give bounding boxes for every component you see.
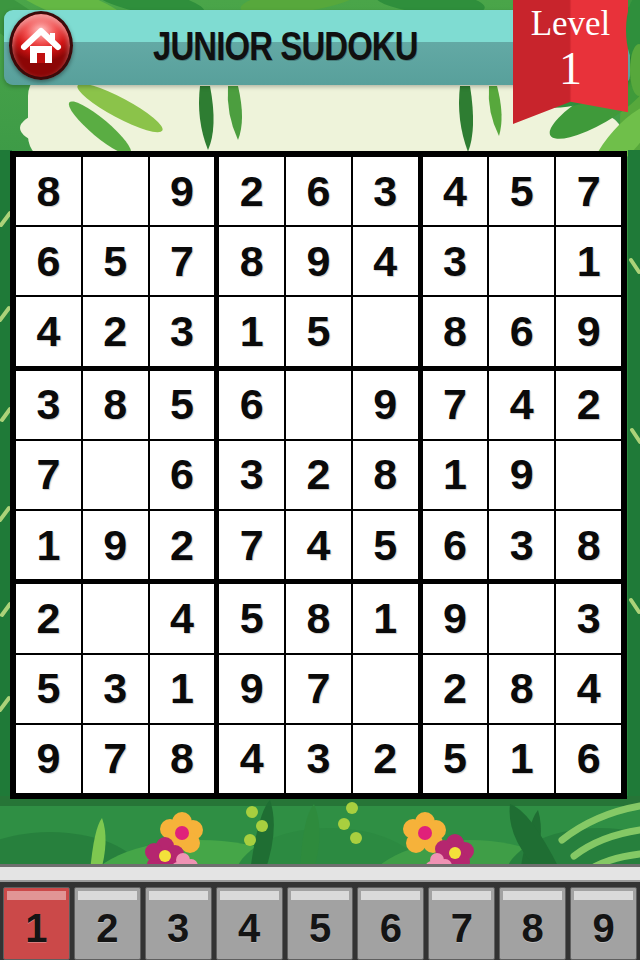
sudoku-cell-r1c7[interactable]: 4 (423, 157, 488, 225)
sudoku-cell-r9c4[interactable]: 4 (219, 725, 284, 793)
sudoku-cell-r8c6[interactable] (353, 655, 418, 723)
page-title: JUNIOR SUDOKU (70, 24, 500, 69)
sudoku-cell-r6c4[interactable]: 7 (219, 511, 284, 579)
sudoku-cell-r2c9[interactable]: 1 (556, 227, 621, 295)
sudoku-cell-r6c6[interactable]: 5 (353, 511, 418, 579)
numpad-button-9[interactable]: 9 (570, 887, 637, 960)
sudoku-cell-r5c1[interactable]: 7 (16, 441, 81, 509)
numpad-button-7[interactable]: 7 (428, 887, 495, 960)
sudoku-cell-r3c2[interactable]: 2 (83, 297, 148, 365)
sudoku-cell-r2c1[interactable]: 6 (16, 227, 81, 295)
sudoku-box: 45731869 (423, 157, 621, 366)
sudoku-box: 93284516 (423, 584, 621, 793)
sudoku-cell-r9c5[interactable]: 3 (286, 725, 351, 793)
sudoku-cell-r9c2[interactable]: 7 (83, 725, 148, 793)
corner-leaves (624, 0, 640, 100)
sudoku-cell-r2c8[interactable] (489, 227, 554, 295)
sudoku-cell-r1c2[interactable] (83, 157, 148, 225)
sudoku-cell-r7c6[interactable]: 1 (353, 584, 418, 652)
sudoku-cell-r8c8[interactable]: 8 (489, 655, 554, 723)
sudoku-cell-r8c7[interactable]: 2 (423, 655, 488, 723)
sudoku-cell-r2c4[interactable]: 8 (219, 227, 284, 295)
sudoku-cell-r9c1[interactable]: 9 (16, 725, 81, 793)
sudoku-cell-r6c3[interactable]: 2 (150, 511, 215, 579)
sudoku-cell-r4c4[interactable]: 6 (219, 371, 284, 439)
sudoku-cell-r4c1[interactable]: 3 (16, 371, 81, 439)
sudoku-cell-r4c6[interactable]: 9 (353, 371, 418, 439)
sudoku-cell-r3c9[interactable]: 9 (556, 297, 621, 365)
sudoku-cell-r9c3[interactable]: 8 (150, 725, 215, 793)
sudoku-cell-r7c7[interactable]: 9 (423, 584, 488, 652)
sudoku-cell-r8c3[interactable]: 1 (150, 655, 215, 723)
sudoku-cell-r5c5[interactable]: 2 (286, 441, 351, 509)
sudoku-cell-r7c4[interactable]: 5 (219, 584, 284, 652)
sudoku-cell-r9c8[interactable]: 1 (489, 725, 554, 793)
sudoku-cell-r5c6[interactable]: 8 (353, 441, 418, 509)
sudoku-cell-r6c1[interactable]: 1 (16, 511, 81, 579)
sudoku-cell-r3c4[interactable]: 1 (219, 297, 284, 365)
sudoku-cell-r4c8[interactable]: 4 (489, 371, 554, 439)
sudoku-cell-r2c6[interactable]: 4 (353, 227, 418, 295)
sudoku-cell-r2c3[interactable]: 7 (150, 227, 215, 295)
sudoku-cell-r7c9[interactable]: 3 (556, 584, 621, 652)
sudoku-cell-r7c3[interactable]: 4 (150, 584, 215, 652)
app-screen: JUNIOR SUDOKU Level 1 896574232638941545… (0, 0, 640, 960)
sudoku-cell-r2c7[interactable]: 3 (423, 227, 488, 295)
sudoku-cell-r1c3[interactable]: 9 (150, 157, 215, 225)
sudoku-cell-r4c3[interactable]: 5 (150, 371, 215, 439)
sudoku-box: 38576192 (16, 371, 214, 580)
sudoku-cell-r6c9[interactable]: 8 (556, 511, 621, 579)
sudoku-cell-r1c4[interactable]: 2 (219, 157, 284, 225)
sudoku-cell-r1c1[interactable]: 8 (16, 157, 81, 225)
sudoku-cell-r3c3[interactable]: 3 (150, 297, 215, 365)
sudoku-box: 26389415 (219, 157, 417, 366)
sudoku-cell-r6c8[interactable]: 3 (489, 511, 554, 579)
sudoku-cell-r3c7[interactable]: 8 (423, 297, 488, 365)
sudoku-cell-r5c8[interactable]: 9 (489, 441, 554, 509)
sudoku-cell-r3c1[interactable]: 4 (16, 297, 81, 365)
page-title-text: JUNIOR SUDOKU (153, 24, 418, 69)
sudoku-box: 24531978 (16, 584, 214, 793)
level-label: Level (531, 3, 611, 45)
sudoku-cell-r7c2[interactable] (83, 584, 148, 652)
sudoku-cell-r3c8[interactable]: 6 (489, 297, 554, 365)
number-pad: 123456789 (0, 864, 640, 960)
numpad-buttons-row: 123456789 (0, 882, 640, 960)
numpad-button-1[interactable]: 1 (3, 887, 70, 960)
sudoku-cell-r1c5[interactable]: 6 (286, 157, 351, 225)
numpad-button-4[interactable]: 4 (216, 887, 283, 960)
sudoku-cell-r1c9[interactable]: 7 (556, 157, 621, 225)
sudoku-cell-r9c6[interactable]: 2 (353, 725, 418, 793)
numpad-button-3[interactable]: 3 (145, 887, 212, 960)
sudoku-cell-r6c7[interactable]: 6 (423, 511, 488, 579)
sudoku-box: 58197432 (219, 584, 417, 793)
sudoku-cell-r8c5[interactable]: 7 (286, 655, 351, 723)
sudoku-box: 69328745 (219, 371, 417, 580)
sudoku-cell-r2c2[interactable]: 5 (83, 227, 148, 295)
level-value: 1 (559, 45, 582, 93)
sudoku-cell-r4c2[interactable]: 8 (83, 371, 148, 439)
sudoku-cell-r1c8[interactable]: 5 (489, 157, 554, 225)
sudoku-cell-r8c9[interactable]: 4 (556, 655, 621, 723)
sudoku-cell-r9c7[interactable]: 5 (423, 725, 488, 793)
sudoku-cell-r9c9[interactable]: 6 (556, 725, 621, 793)
sudoku-cell-r3c6[interactable] (353, 297, 418, 365)
sudoku-cell-r3c5[interactable]: 5 (286, 297, 351, 365)
numpad-button-8[interactable]: 8 (499, 887, 566, 960)
sudoku-cell-r8c4[interactable]: 9 (219, 655, 284, 723)
sudoku-cell-r6c2[interactable]: 9 (83, 511, 148, 579)
sudoku-cell-r7c5[interactable]: 8 (286, 584, 351, 652)
home-button[interactable] (9, 11, 73, 80)
sudoku-cell-r4c9[interactable]: 2 (556, 371, 621, 439)
sudoku-cell-r1c6[interactable]: 3 (353, 157, 418, 225)
sudoku-cell-r5c3[interactable]: 6 (150, 441, 215, 509)
sudoku-box: 89657423 (16, 157, 214, 366)
numpad-button-5[interactable]: 5 (287, 887, 354, 960)
numpad-button-2[interactable]: 2 (74, 887, 141, 960)
sudoku-cell-r2c5[interactable]: 9 (286, 227, 351, 295)
sudoku-cell-r4c7[interactable]: 7 (423, 371, 488, 439)
sudoku-box: 74219638 (423, 371, 621, 580)
pad-light-strip (0, 867, 640, 882)
sudoku-cell-r5c9[interactable] (556, 441, 621, 509)
sudoku-cell-r4c5[interactable] (286, 371, 351, 439)
sudoku-cell-r8c1[interactable]: 5 (16, 655, 81, 723)
numpad-button-6[interactable]: 6 (357, 887, 424, 960)
sudoku-board: 8965742326389415457318693857619269328745… (10, 151, 627, 799)
sudoku-cell-r5c2[interactable] (83, 441, 148, 509)
sudoku-cell-r8c2[interactable]: 3 (83, 655, 148, 723)
sudoku-cell-r5c7[interactable]: 1 (423, 441, 488, 509)
home-icon (20, 26, 62, 66)
sudoku-cell-r7c8[interactable] (489, 584, 554, 652)
sudoku-cell-r5c4[interactable]: 3 (219, 441, 284, 509)
sudoku-cell-r7c1[interactable]: 2 (16, 584, 81, 652)
sudoku-cell-r6c5[interactable]: 4 (286, 511, 351, 579)
